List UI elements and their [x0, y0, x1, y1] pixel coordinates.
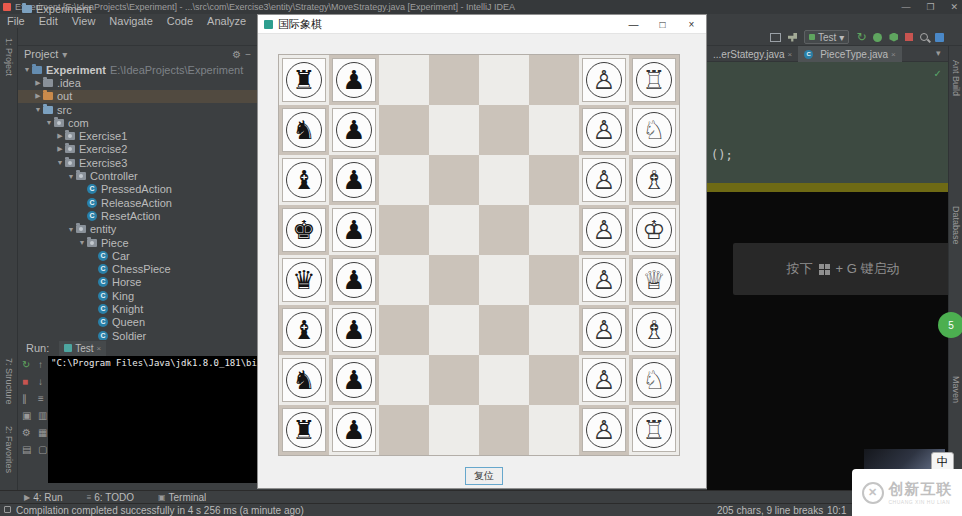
down-icon[interactable]: ↓: [38, 377, 43, 387]
tree-toggle-icon[interactable]: ▼: [77, 239, 87, 246]
inspection-check-icon: ✓: [934, 68, 942, 79]
piece-tile[interactable]: ♟: [332, 308, 376, 352]
tab-movestrategy[interactable]: ...erStategy.java ×: [707, 46, 798, 62]
square-b8[interactable]: ♟: [329, 55, 379, 105]
white-rook: ♖: [642, 67, 665, 93]
console-output-line: "C:\Program Files\Java\jdk1.8.0_181\bin\…: [48, 356, 257, 370]
square-e2[interactable]: [479, 355, 529, 405]
tool-button-database[interactable]: Database: [951, 206, 961, 245]
black-bishop: ♝: [292, 167, 315, 193]
menu-file[interactable]: File: [0, 15, 32, 27]
menu-view[interactable]: View: [65, 15, 103, 27]
piece-circle: ♝: [286, 312, 322, 348]
run-icon[interactable]: ↻: [856, 31, 866, 43]
square-c7[interactable]: [379, 105, 429, 155]
black-bishop: ♝: [292, 317, 315, 343]
black-pawn: ♟: [342, 167, 365, 193]
piece-tile[interactable]: ♟: [332, 158, 376, 202]
screenshot-icon[interactable]: ▣: [22, 411, 31, 421]
black-knight: ♞: [292, 117, 315, 143]
square-g5[interactable]: ♙: [579, 205, 629, 255]
close-icon[interactable]: ×: [97, 344, 102, 353]
class-icon: C: [87, 198, 97, 208]
close-button[interactable]: ×: [677, 15, 706, 34]
piece-tile[interactable]: ♛: [282, 258, 326, 302]
square-g2[interactable]: ♙: [579, 355, 629, 405]
piece-tile[interactable]: ♝: [282, 308, 326, 352]
piece-circle: ♙: [586, 312, 622, 348]
gear-icon[interactable]: ⚙: [232, 49, 241, 60]
square-a2[interactable]: ♞: [279, 355, 329, 405]
black-king: ♚: [292, 217, 315, 243]
piece-circle: ♟: [336, 62, 372, 98]
chess-board: ♜♟♙♖♞♟♙♘♝♟♙♗♚♟♙♔♛♟♙♕♝♟♙♗♞♟♙♘♜♟♙♖: [278, 54, 680, 456]
piece-circle: ♗: [636, 312, 672, 348]
class-icon: C: [98, 317, 108, 327]
tool-button-structure[interactable]: 7: Structure: [4, 358, 14, 405]
square-h5[interactable]: ♔: [629, 205, 679, 255]
maximize-button[interactable]: □: [648, 15, 677, 34]
piece-circle: ♟: [336, 162, 372, 198]
square-c1[interactable]: [379, 405, 429, 455]
square-g3[interactable]: ♙: [579, 305, 629, 355]
console-area-right: [707, 192, 948, 490]
piece-circle: ♙: [586, 112, 622, 148]
square-d4[interactable]: [429, 255, 479, 305]
tree-toggle-icon[interactable]: ▼: [55, 159, 65, 166]
square-b4[interactable]: ♟: [329, 255, 379, 305]
square-g1[interactable]: ♙: [579, 405, 629, 455]
debug-icon[interactable]: [873, 33, 882, 42]
square-c8[interactable]: [379, 55, 429, 105]
piece-circle: ♞: [286, 362, 322, 398]
tree-item-knight[interactable]: CKnight: [18, 302, 257, 315]
chess-window-title: 国际象棋: [278, 17, 322, 32]
class-icon: C: [98, 277, 108, 287]
square-b5[interactable]: ♟: [329, 205, 379, 255]
square-c5[interactable]: [379, 205, 429, 255]
code-editor[interactable]: (); ✓: [707, 62, 948, 183]
square-c2[interactable]: [379, 355, 429, 405]
piece-tile[interactable]: ♖: [632, 58, 676, 102]
piece-tile[interactable]: ♙: [582, 258, 626, 302]
piece-circle: ♖: [636, 412, 672, 448]
piece-circle: ♟: [336, 262, 372, 298]
list-icon[interactable]: ≡: [38, 394, 44, 404]
piece-tile[interactable]: ♙: [582, 358, 626, 402]
project-view-label[interactable]: Project: [24, 48, 58, 60]
piece-circle: ♘: [636, 112, 672, 148]
square-e1[interactable]: [479, 405, 529, 455]
status-message: Compilation completed successfully in 4 …: [16, 505, 304, 516]
tree-item-pressedaction[interactable]: CPressedAction: [18, 183, 257, 196]
notification-bubble[interactable]: 5: [938, 312, 962, 338]
square-e3[interactable]: [479, 305, 529, 355]
piece-circle: ♙: [586, 212, 622, 248]
piece-tile[interactable]: ♟: [332, 58, 376, 102]
piece-circle: ♟: [336, 362, 372, 398]
class-icon: C: [804, 50, 813, 59]
piece-tile[interactable]: ♘: [632, 358, 676, 402]
chevron-down-icon: ▾: [839, 32, 844, 43]
piece-circle: ♖: [636, 62, 672, 98]
tree-toggle-icon[interactable]: ▶: [33, 92, 43, 100]
status-bar: Compilation completed successfully in 4 …: [0, 503, 962, 516]
tree-item-king[interactable]: CKing: [18, 289, 257, 302]
white-knight: ♘: [642, 117, 665, 143]
terminal-icon: ▣: [158, 493, 166, 502]
tree-item-entity[interactable]: ▼entity: [18, 223, 257, 236]
settings-icon[interactable]: ⚙: [22, 428, 31, 438]
square-h6[interactable]: ♗: [629, 155, 679, 205]
message-icon: [4, 506, 11, 513]
editor-highlight-bar: [707, 183, 948, 192]
project-tree: ▼Experiment E:\IdeaProjects\Experiment▶.…: [18, 63, 257, 340]
square-g6[interactable]: ♙: [579, 155, 629, 205]
white-pawn: ♙: [592, 117, 615, 143]
folder-icon: [54, 119, 64, 127]
java-app-icon: [264, 20, 273, 29]
clear-icon[interactable]: ▢: [38, 445, 47, 455]
close-button[interactable]: ✕: [950, 2, 958, 12]
square-h7[interactable]: ♘: [629, 105, 679, 155]
tool-button-favorites[interactable]: 2: Favorites: [4, 426, 14, 473]
breadcrumb[interactable]: Experiment: [22, 3, 92, 15]
square-a3[interactable]: ♝: [279, 305, 329, 355]
square-d2[interactable]: [429, 355, 479, 405]
run-toolbar: ↻■∥▣⚙▤↑↓≡▥▦▢: [18, 356, 48, 486]
square-e6[interactable]: [479, 155, 529, 205]
up-icon[interactable]: ↑: [38, 360, 43, 370]
close-icon[interactable]: ×: [891, 50, 896, 59]
watermark-logo-icon: ✕: [862, 482, 884, 504]
folder-icon: [76, 172, 86, 180]
tree-toggle-icon[interactable]: ▼: [33, 106, 43, 113]
tool-button-todo[interactable]: ≡ 6: TODO: [87, 492, 134, 503]
intellij-logo-icon: [3, 3, 11, 11]
square-e5[interactable]: [479, 205, 529, 255]
tree-item-controller[interactable]: ▼Controller: [18, 169, 257, 182]
left-tool-strip: 1: Project 7: Structure 2: Favorites: [0, 28, 18, 490]
selection-info: 205 chars, 9 line breaks: [717, 505, 823, 516]
tree-toggle-icon[interactable]: ▼: [66, 226, 76, 233]
folder-icon: [87, 239, 97, 247]
square-a4[interactable]: ♛: [279, 255, 329, 305]
square-h8[interactable]: ♖: [629, 55, 679, 105]
piece-tile[interactable]: ♟: [332, 258, 376, 302]
black-pawn: ♟: [342, 217, 365, 243]
play-icon: ▶: [24, 493, 30, 502]
piece-tile[interactable]: ♟: [332, 408, 376, 452]
coverage-icon[interactable]: [889, 33, 898, 42]
white-pawn: ♙: [592, 417, 615, 443]
run-panel-header: Run: Test ×: [18, 340, 257, 356]
piece-circle: ♜: [286, 412, 322, 448]
ide-window-controls: — ❐ ✕: [901, 0, 958, 14]
square-d6[interactable]: [429, 155, 479, 205]
piece-circle: ♗: [636, 162, 672, 198]
black-pawn: ♟: [342, 117, 365, 143]
white-bishop: ♗: [642, 317, 665, 343]
square-e8[interactable]: [479, 55, 529, 105]
reset-button[interactable]: 复位: [465, 467, 503, 485]
white-king: ♔: [642, 217, 665, 243]
square-h2[interactable]: ♘: [629, 355, 679, 405]
folder-icon: [65, 132, 75, 140]
black-rook: ♜: [292, 417, 315, 443]
tree-toggle-icon[interactable]: ▼: [22, 66, 32, 73]
main-toolbar: Test ▾ ↻: [770, 28, 944, 46]
piece-tile[interactable]: ♙: [582, 308, 626, 352]
menu-navigate[interactable]: Navigate: [102, 15, 159, 27]
piece-tile[interactable]: ♔: [632, 208, 676, 252]
white-pawn: ♙: [592, 67, 615, 93]
tree-item-piece[interactable]: ▼Piece: [18, 236, 257, 249]
square-e7[interactable]: [479, 105, 529, 155]
gamebar-hint-overlay: 按下 + G 键启动: [733, 243, 953, 295]
project-panel-header: Project ▾ ⚙ −: [18, 46, 257, 62]
tree-item-out[interactable]: ▶out: [18, 90, 257, 103]
tree-toggle-icon[interactable]: ▶: [55, 132, 65, 140]
piece-circle: ♟: [336, 312, 372, 348]
square-b1[interactable]: ♟: [329, 405, 379, 455]
square-h4[interactable]: ♕: [629, 255, 679, 305]
black-pawn: ♟: [342, 367, 365, 393]
class-icon: C: [87, 184, 97, 194]
tree-item-car[interactable]: CCar: [18, 249, 257, 262]
tree-toggle-icon[interactable]: ▼: [66, 173, 76, 180]
white-pawn: ♙: [592, 267, 615, 293]
ide-titlebar: Experiment [E:\IdeaProjects\Experiment] …: [0, 0, 962, 14]
tool-button-ant-build[interactable]: Ant Build: [951, 60, 961, 96]
close-icon[interactable]: ×: [788, 50, 793, 59]
tree-item-releaseaction[interactable]: CReleaseAction: [18, 196, 257, 209]
white-pawn: ♙: [592, 217, 615, 243]
folder-icon: [43, 79, 53, 87]
rerun-icon[interactable]: ↻: [22, 360, 30, 370]
watermark: ✕ 创新互联 CHUANG XIN HU LIAN: [852, 469, 962, 516]
piece-circle: ♛: [286, 262, 322, 298]
piece-tile[interactable]: ♞: [282, 108, 326, 152]
square-f5[interactable]: [529, 205, 579, 255]
white-knight: ♘: [642, 367, 665, 393]
square-f1[interactable]: [529, 405, 579, 455]
class-icon: C: [98, 251, 108, 261]
square-b2[interactable]: ♟: [329, 355, 379, 405]
class-icon: C: [98, 331, 108, 340]
square-h1[interactable]: ♖: [629, 405, 679, 455]
tab-piecetype[interactable]: C PieceType.java ×: [798, 46, 902, 62]
project-structure-icon[interactable]: [935, 33, 944, 42]
piece-tile[interactable]: ♚: [282, 208, 326, 252]
square-e4[interactable]: [479, 255, 529, 305]
restore-layout-icon[interactable]: [770, 33, 781, 42]
rows-icon[interactable]: ▥: [38, 411, 47, 421]
square-d3[interactable]: [429, 305, 479, 355]
square-c4[interactable]: [379, 255, 429, 305]
piece-circle: ♝: [286, 162, 322, 198]
chess-window: 国际象棋 — □ × ♜♟♙♖♞♟♙♘♝♟♙♗♚♟♙♔♛♟♙♕♝♟♙♗♞♟♙♘♜…: [257, 14, 707, 489]
piece-tile[interactable]: ♙: [582, 158, 626, 202]
piece-tile[interactable]: ♖: [632, 408, 676, 452]
piece-tile[interactable]: ♞: [282, 358, 326, 402]
menu-edit[interactable]: Edit: [32, 15, 65, 27]
square-d5[interactable]: [429, 205, 479, 255]
square-c6[interactable]: [379, 155, 429, 205]
tool-button-project[interactable]: 1: Project: [4, 38, 14, 76]
piece-circle: ♙: [586, 262, 622, 298]
stop-icon[interactable]: [905, 33, 913, 41]
class-icon: C: [98, 304, 108, 314]
tree-item-com[interactable]: ▼com: [18, 116, 257, 129]
tree-item-horse[interactable]: CHorse: [18, 276, 257, 289]
square-h3[interactable]: ♗: [629, 305, 679, 355]
chess-window-controls: — □ ×: [619, 15, 706, 34]
tree-item-exercise2[interactable]: ▶Exercise2: [18, 143, 257, 156]
run-console[interactable]: "C:\Program Files\Java\jdk1.8.0_181\bin\…: [48, 356, 257, 483]
square-f6[interactable]: [529, 155, 579, 205]
tree-item-.idea[interactable]: ▶.idea: [18, 76, 257, 89]
screen: Experiment [E:\IdeaProjects\Experiment] …: [0, 0, 962, 516]
square-b3[interactable]: ♟: [329, 305, 379, 355]
list-icon: ≡: [87, 493, 92, 502]
piece-tile[interactable]: ♟: [332, 208, 376, 252]
white-pawn: ♙: [592, 367, 615, 393]
folder-icon: [43, 106, 53, 114]
print-icon[interactable]: ▦: [38, 428, 47, 438]
square-f4[interactable]: [529, 255, 579, 305]
maximize-button[interactable]: ❐: [926, 2, 934, 12]
piece-tile[interactable]: ♝: [282, 158, 326, 202]
square-b6[interactable]: ♟: [329, 155, 379, 205]
black-pawn: ♟: [342, 317, 365, 343]
piece-tile[interactable]: ♗: [632, 158, 676, 202]
search-icon[interactable]: [920, 33, 928, 41]
piece-tile[interactable]: ♙: [582, 58, 626, 102]
square-g4[interactable]: ♙: [579, 255, 629, 305]
piece-tile[interactable]: ♜: [282, 58, 326, 102]
black-rook: ♜: [292, 67, 315, 93]
pause-icon[interactable]: ∥: [22, 394, 27, 404]
tree-item-chesspiece[interactable]: CChessPiece: [18, 262, 257, 275]
test-icon: [64, 344, 72, 352]
tree-item-exercise3[interactable]: ▼Exercise3: [18, 156, 257, 169]
square-g7[interactable]: ♙: [579, 105, 629, 155]
minimize-button[interactable]: —: [619, 15, 648, 34]
square-c3[interactable]: [379, 305, 429, 355]
piece-tile[interactable]: ♙: [582, 408, 626, 452]
piece-circle: ♕: [636, 262, 672, 298]
chevron-down-icon[interactable]: ▾: [62, 49, 67, 60]
folder-icon: [76, 225, 86, 233]
square-d8[interactable]: [429, 55, 479, 105]
piece-circle: ♚: [286, 212, 322, 248]
build-hammer-icon[interactable]: [788, 33, 797, 42]
stop-icon[interactable]: ■: [22, 377, 28, 387]
black-pawn: ♟: [342, 67, 365, 93]
tree-item-src[interactable]: ▼src: [18, 103, 257, 116]
piece-circle: ♙: [586, 162, 622, 198]
piece-circle: ♟: [336, 112, 372, 148]
tool-button-run[interactable]: ▶ 4: Run: [24, 492, 63, 503]
menu-code[interactable]: Code: [160, 15, 200, 27]
tool-button-terminal[interactable]: ▣ Terminal: [158, 492, 206, 503]
square-a7[interactable]: ♞: [279, 105, 329, 155]
minimize-button[interactable]: —: [901, 2, 910, 12]
black-queen: ♛: [292, 267, 315, 293]
project-panel: Project ▾ ⚙ − ▼Experiment E:\IdeaProject…: [18, 46, 257, 340]
tree-toggle-icon[interactable]: ▼: [44, 119, 54, 126]
white-queen: ♕: [642, 267, 665, 293]
class-icon: C: [98, 264, 108, 274]
piece-tile[interactable]: ♗: [632, 308, 676, 352]
folder-icon: [65, 159, 75, 167]
piece-tile[interactable]: ♟: [332, 108, 376, 152]
square-f7[interactable]: [529, 105, 579, 155]
tree-item-exercise1[interactable]: ▶Exercise1: [18, 129, 257, 142]
layers-icon[interactable]: ▤: [22, 445, 31, 455]
square-a5[interactable]: ♚: [279, 205, 329, 255]
tree-item-queen[interactable]: CQueen: [18, 316, 257, 329]
test-config-icon: [809, 34, 815, 40]
code-fragment: ();: [711, 148, 733, 162]
watermark-brand: 创新互联: [889, 480, 953, 499]
piece-circle: ♙: [586, 62, 622, 98]
caret-position[interactable]: 10:1: [827, 505, 846, 516]
run-config-selector[interactable]: Test ▾: [804, 30, 849, 44]
piece-tile[interactable]: ♙: [582, 108, 626, 152]
black-pawn: ♟: [342, 267, 365, 293]
folder-icon: [43, 92, 53, 100]
piece-tile[interactable]: ♜: [282, 408, 326, 452]
menu-analyze[interactable]: Analyze: [200, 15, 253, 27]
piece-tile[interactable]: ♕: [632, 258, 676, 302]
piece-circle: ♙: [586, 412, 622, 448]
piece-tile[interactable]: ♘: [632, 108, 676, 152]
square-b7[interactable]: ♟: [329, 105, 379, 155]
tree-toggle-icon[interactable]: ▶: [33, 79, 43, 87]
piece-tile[interactable]: ♟: [332, 358, 376, 402]
black-pawn: ♟: [342, 417, 365, 443]
tree-item-soldier[interactable]: CSoldier: [18, 329, 257, 340]
editor-tab-bar: ...erStategy.java × C PieceType.java ×: [707, 46, 948, 62]
piece-circle: ♙: [586, 362, 622, 398]
square-a6[interactable]: ♝: [279, 155, 329, 205]
piece-circle: ♘: [636, 362, 672, 398]
tree-toggle-icon[interactable]: ▶: [55, 145, 65, 153]
tree-item-experiment[interactable]: ▼Experiment E:\IdeaProjects\Experiment: [18, 63, 257, 76]
bottom-tool-bar: ▶ 4: Run ≡ 6: TODO ▣ Terminal: [0, 490, 962, 503]
square-f3[interactable]: [529, 305, 579, 355]
square-f2[interactable]: [529, 355, 579, 405]
square-d7[interactable]: [429, 105, 479, 155]
class-icon: C: [98, 291, 108, 301]
piece-tile[interactable]: ♙: [582, 208, 626, 252]
tool-button-maven[interactable]: Maven: [951, 376, 961, 403]
square-g8[interactable]: ♙: [579, 55, 629, 105]
square-f8[interactable]: [529, 55, 579, 105]
piece-circle: ♜: [286, 62, 322, 98]
square-a8[interactable]: ♜: [279, 55, 329, 105]
folder-icon: [65, 145, 75, 153]
project-folder-icon: [22, 5, 32, 13]
square-d1[interactable]: [429, 405, 479, 455]
square-a1[interactable]: ♜: [279, 405, 329, 455]
piece-circle: ♞: [286, 112, 322, 148]
tree-item-resetaction[interactable]: CResetAction: [18, 209, 257, 222]
run-tab-test[interactable]: Test ×: [59, 341, 106, 356]
collapse-all-icon[interactable]: −: [245, 49, 251, 60]
